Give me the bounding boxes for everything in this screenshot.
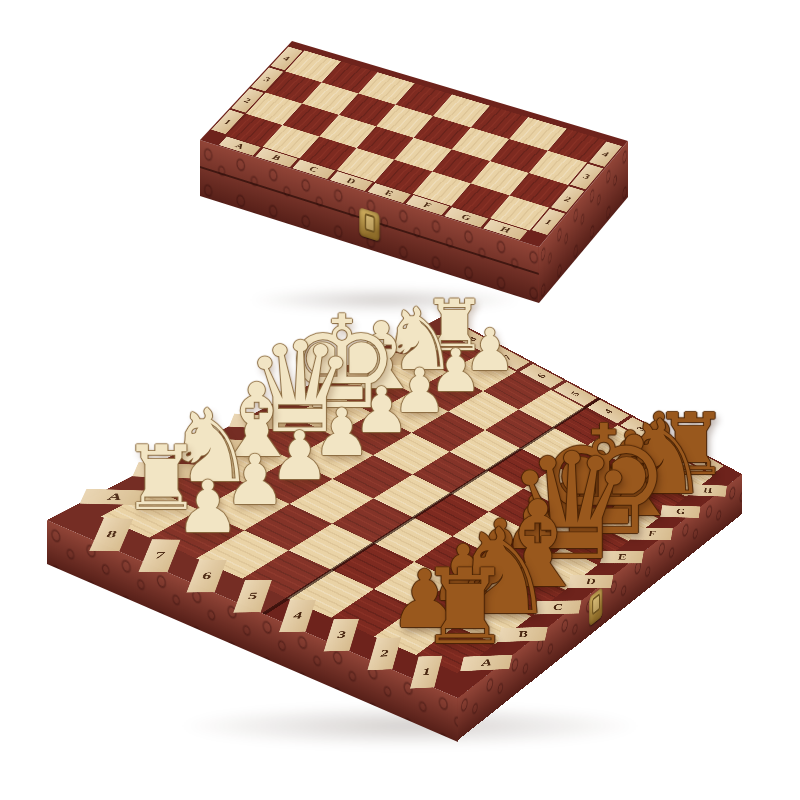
open-board-playing-surface: 8877665544332211AABBCCDDEEFFGGHH — [47, 315, 742, 698]
box-latch-hook — [364, 213, 374, 233]
file-label: A — [80, 489, 149, 505]
rank-label: 4 — [279, 600, 316, 633]
rank-label: 6 — [187, 560, 227, 592]
file-label: C — [534, 600, 582, 614]
board-latch-hook — [592, 593, 600, 616]
file-label: H — [688, 484, 727, 497]
rank-label: 8 — [89, 518, 133, 551]
product-photo-scene: 44332211ABCDEFGH 8877665544332211AABBCCD… — [0, 0, 800, 800]
rank-label: 7 — [139, 539, 181, 571]
file-label: E — [274, 391, 331, 407]
file-label: C — [182, 437, 244, 453]
box-latch — [359, 207, 379, 241]
rank-label: 3 — [324, 619, 359, 652]
file-label: G — [660, 505, 700, 518]
file-label: A — [460, 655, 512, 671]
file-label: H — [394, 331, 443, 347]
rank-label: 1 — [410, 656, 442, 689]
file-label: F — [631, 528, 673, 541]
file-label: F — [316, 370, 370, 386]
file-label: G — [356, 350, 408, 366]
rank-label: 2 — [367, 637, 401, 670]
file-label: B — [132, 462, 198, 478]
file-label: D — [568, 575, 613, 588]
file-label: E — [600, 551, 644, 563]
file-label: D — [229, 414, 288, 430]
file-label: B — [498, 627, 548, 642]
rank-label: 5 — [233, 580, 271, 612]
